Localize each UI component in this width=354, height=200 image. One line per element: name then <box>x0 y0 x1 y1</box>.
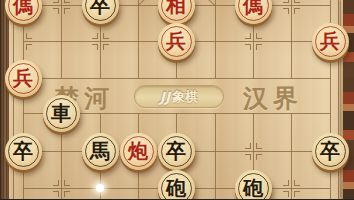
piece-black-chariot-b6[interactable]: 車 <box>43 95 80 132</box>
point-marker <box>283 191 289 197</box>
point-marker <box>283 180 289 186</box>
point-marker <box>53 0 59 3</box>
piece-black-horse-c7[interactable]: 馬 <box>82 133 119 170</box>
file-line-upper <box>215 0 216 78</box>
file-line-upper <box>138 0 139 78</box>
piece-character: 炮 <box>128 141 148 161</box>
file-line-upper <box>61 0 62 78</box>
logo-name-text: 象棋 <box>172 88 198 106</box>
piece-character: 砲 <box>166 178 186 198</box>
point-marker <box>53 8 59 14</box>
point-marker <box>283 8 289 14</box>
piece-black-cannon-g8[interactable]: 砲 <box>235 170 272 200</box>
piece-character: 車 <box>51 103 71 123</box>
point-marker <box>92 44 98 50</box>
point-marker <box>245 33 251 39</box>
piece-character: 兵 <box>13 68 33 88</box>
point-marker <box>26 33 32 39</box>
point-marker <box>64 180 70 186</box>
piece-black-soldier-i7[interactable]: 卒 <box>312 133 349 170</box>
piece-red-soldier-a5[interactable]: 兵 <box>5 60 42 97</box>
point-marker <box>245 143 251 149</box>
point-marker <box>103 33 109 39</box>
file-line-lower <box>215 113 216 199</box>
left-frame-strip <box>0 0 9 199</box>
file-line-upper <box>291 0 292 78</box>
point-marker <box>256 154 262 160</box>
piece-character: 傌 <box>13 0 33 15</box>
file-line-lower <box>291 113 292 199</box>
piece-black-soldier-a7[interactable]: 卒 <box>5 133 42 170</box>
piece-character: 相 <box>166 0 186 15</box>
point-marker <box>26 44 32 50</box>
piece-character: 卒 <box>320 141 340 161</box>
point-marker <box>256 33 262 39</box>
point-marker <box>64 191 70 197</box>
piece-red-cannon-d7[interactable]: 炮 <box>120 133 157 170</box>
board-border-left <box>13 0 14 199</box>
point-marker <box>294 191 300 197</box>
move-indicator-dot[interactable] <box>96 184 104 192</box>
piece-character: 卒 <box>13 141 33 161</box>
point-marker <box>53 191 59 197</box>
point-marker <box>256 44 262 50</box>
point-marker <box>53 180 59 186</box>
point-marker <box>283 0 289 3</box>
point-marker <box>294 0 300 3</box>
piece-black-soldier-e7[interactable]: 卒 <box>158 133 195 170</box>
point-marker <box>294 180 300 186</box>
jj-xiangqi-logo: JJ 象棋 <box>134 85 224 108</box>
piece-character: 傌 <box>243 0 263 15</box>
point-marker <box>245 44 251 50</box>
piece-character: 卒 <box>166 141 186 161</box>
point-marker <box>64 8 70 14</box>
piece-character: 兵 <box>320 31 340 51</box>
piece-character: 兵 <box>166 31 186 51</box>
xiangqi-board[interactable]: 楚河 汉界 JJ 象棋 傌卒相傌兵兵兵車卒馬炮卒卒砲砲 <box>0 0 354 199</box>
point-marker <box>103 44 109 50</box>
logo-jj-text: JJ <box>160 89 170 105</box>
point-marker <box>64 0 70 3</box>
point-marker <box>256 143 262 149</box>
point-marker <box>92 33 98 39</box>
piece-black-cannon-e8[interactable]: 砲 <box>158 170 195 200</box>
piece-character: 砲 <box>243 178 263 198</box>
point-marker <box>294 8 300 14</box>
rank-line <box>23 78 330 79</box>
piece-red-soldier-e4[interactable]: 兵 <box>158 23 195 60</box>
piece-red-soldier-i4[interactable]: 兵 <box>312 23 349 60</box>
river-label-hanjie: 汉界 <box>243 82 303 115</box>
point-marker <box>245 154 251 160</box>
piece-character: 馬 <box>90 141 110 161</box>
piece-character: 卒 <box>90 0 110 15</box>
